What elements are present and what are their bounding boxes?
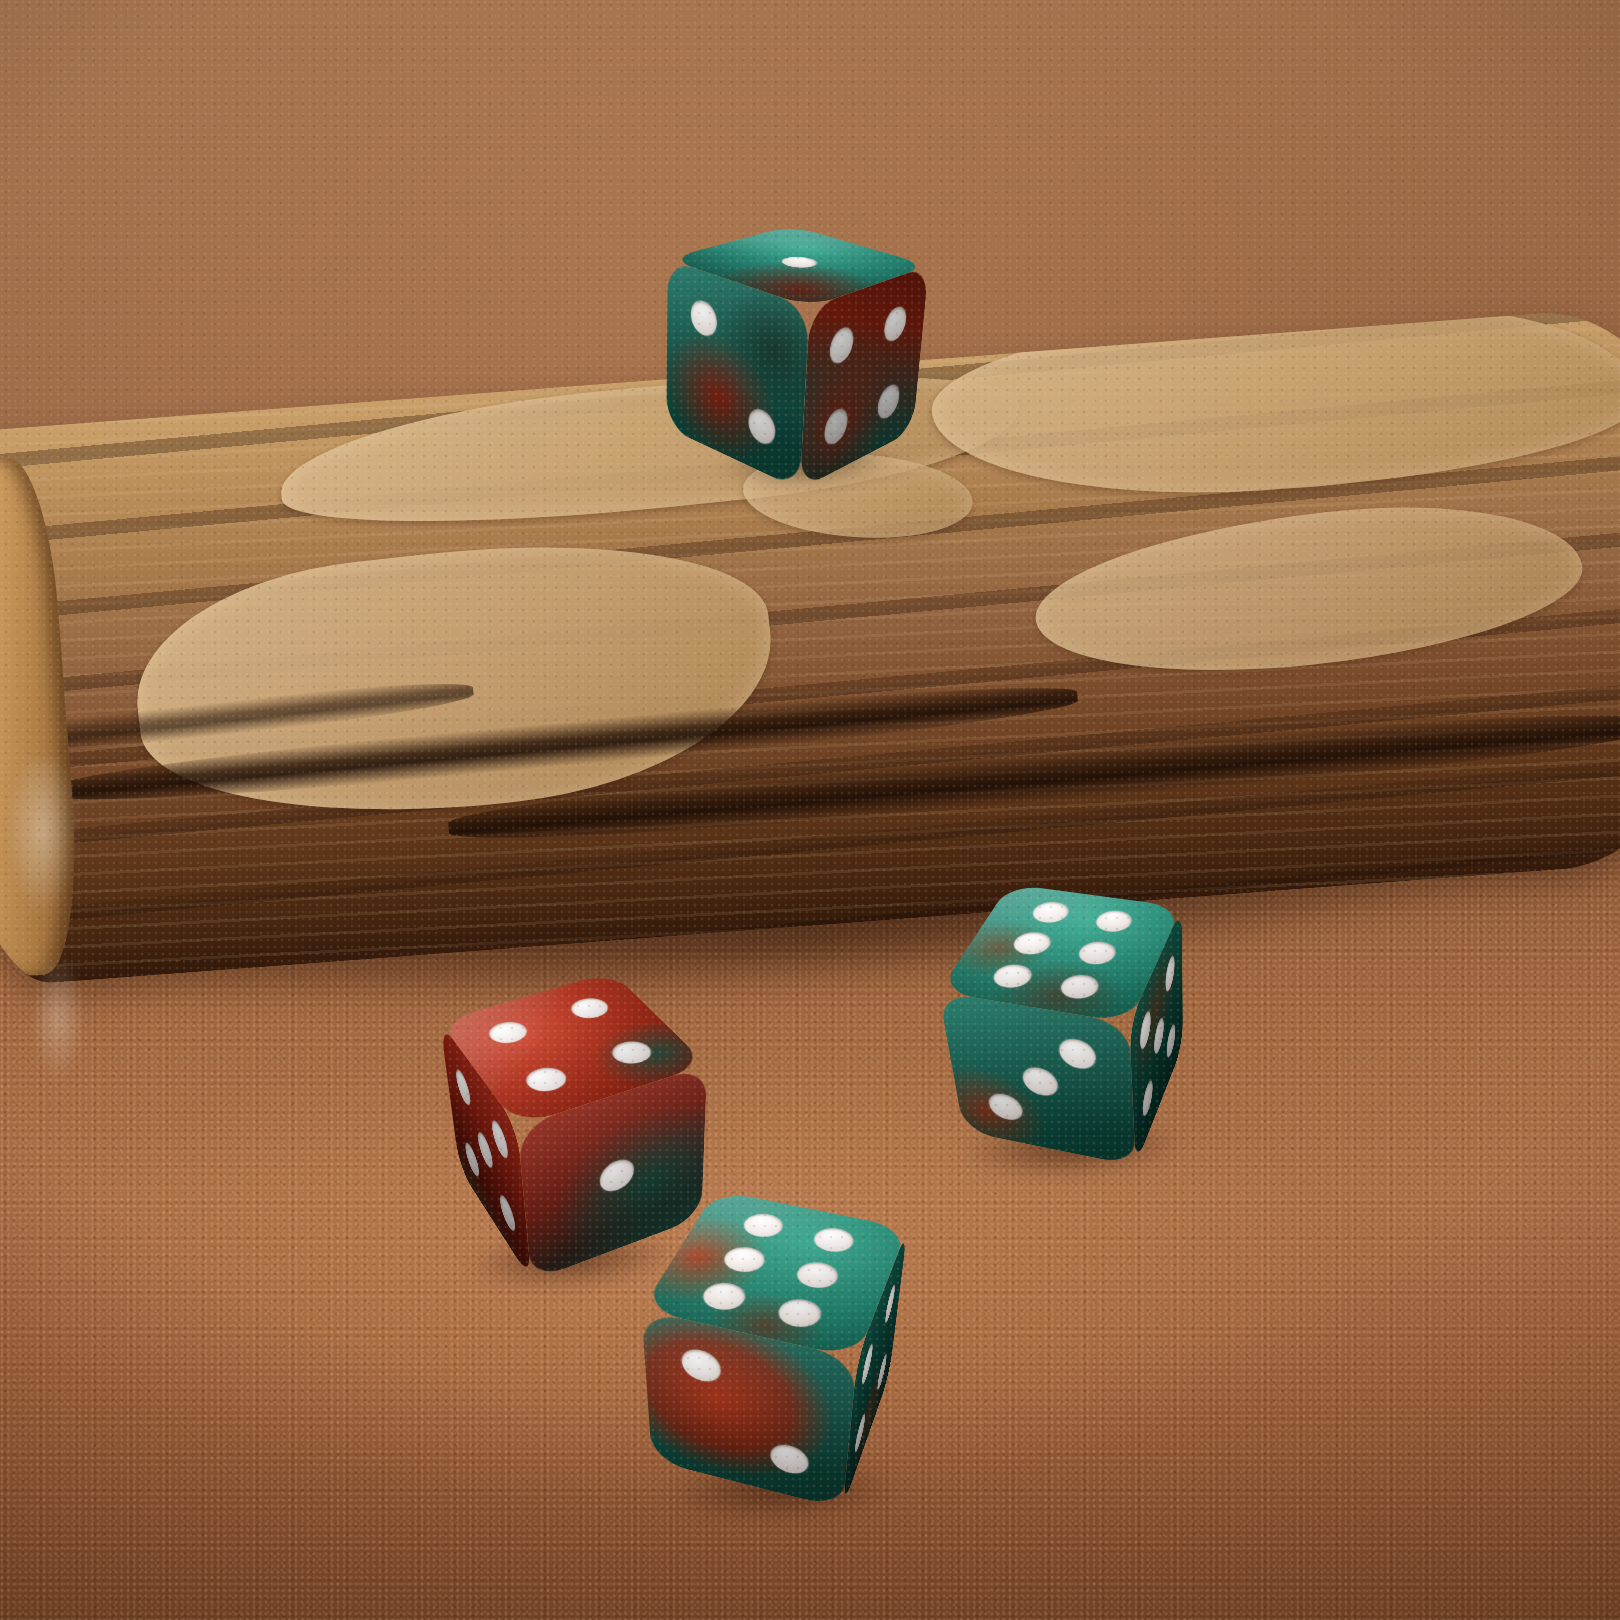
pip [719,1244,770,1275]
pip [1140,1004,1151,1056]
pip [484,1019,533,1047]
pip [599,1155,634,1196]
pip [499,1188,517,1238]
pip [823,405,848,449]
pip [770,1441,809,1477]
pip [697,1280,750,1314]
die-1 [700,253,889,442]
pip [477,1125,494,1174]
pip [792,1259,842,1291]
pip [681,1346,721,1385]
pip [877,381,900,422]
pip [1021,1065,1058,1098]
pip [829,323,855,367]
pip [565,995,614,1022]
pip [1074,940,1120,967]
pip [987,1091,1023,1123]
pip [1154,1011,1164,1060]
die-3 [972,922,1169,1119]
die-4 [675,1243,882,1450]
bark-flake [1028,485,1590,694]
die-3-cube [976,935,1160,1103]
plastic-wisp-highlight [0,760,112,1150]
pip [884,1277,896,1330]
pip [520,1063,573,1095]
pip [1058,1037,1096,1072]
pip [988,962,1036,990]
pip [1166,1018,1175,1065]
bark-flake [927,302,1620,508]
pip [691,297,717,340]
pip [810,1225,858,1255]
pip [883,303,907,344]
pip [748,405,776,450]
pip [605,1038,657,1068]
pip [861,1336,874,1392]
pip [1165,949,1175,998]
pip [1009,930,1055,956]
photo-canvas: { "game": "dice (six-sided d6 roll)", "s… [0,0,1620,1620]
pip [1028,900,1072,924]
pip [1092,909,1136,934]
die-4-cube [681,1246,884,1438]
die-2-cube [476,1015,656,1221]
pip [739,1211,788,1240]
pip [773,1296,826,1331]
pip [1142,1073,1153,1122]
pip [775,255,825,270]
pip [491,1114,509,1166]
die-2 [473,1021,673,1221]
pip [455,1064,472,1113]
pip [1056,973,1104,1002]
die-1-cube [728,241,873,458]
